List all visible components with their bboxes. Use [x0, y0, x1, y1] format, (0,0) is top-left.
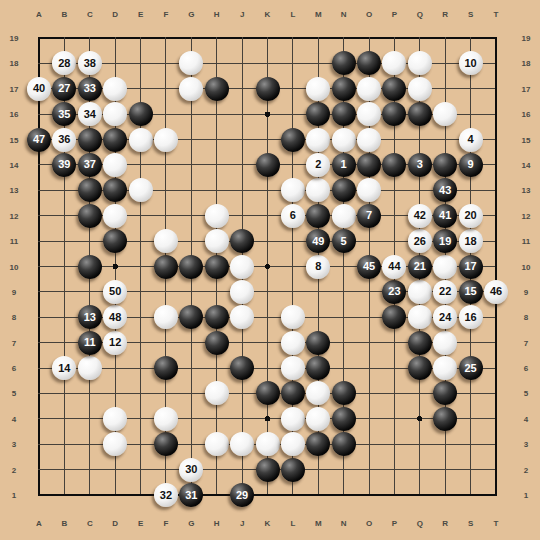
white-stone — [103, 204, 127, 228]
move-number: 10 — [464, 58, 476, 69]
white-stone: 20 — [459, 204, 483, 228]
white-stone: 10 — [459, 51, 483, 75]
white-stone: 46 — [484, 280, 508, 304]
col-label-top: A — [36, 10, 42, 19]
white-stone — [408, 305, 432, 329]
black-stone — [332, 407, 356, 431]
row-label-left: 17 — [10, 84, 19, 93]
move-number: 42 — [414, 210, 426, 221]
black-stone — [433, 407, 457, 431]
col-label-top: H — [214, 10, 220, 19]
white-stone — [78, 356, 102, 380]
white-stone — [205, 229, 229, 253]
black-stone: 41 — [433, 204, 457, 228]
row-label-left: 11 — [10, 237, 18, 246]
col-label-top: O — [366, 10, 372, 19]
black-stone — [408, 356, 432, 380]
row-label-left: 14 — [10, 160, 19, 169]
black-stone — [281, 128, 305, 152]
white-stone — [129, 178, 153, 202]
white-stone: 12 — [103, 331, 127, 355]
row-label-left: 7 — [12, 338, 16, 347]
move-number: 1 — [341, 159, 347, 170]
white-stone — [306, 128, 330, 152]
white-stone — [281, 331, 305, 355]
row-label-right: 7 — [524, 338, 528, 347]
col-label-top: R — [442, 10, 448, 19]
col-label-bottom: K — [265, 519, 271, 528]
row-label-left: 19 — [10, 34, 19, 43]
black-stone — [306, 204, 330, 228]
black-stone — [230, 356, 254, 380]
row-label-left: 5 — [12, 389, 16, 398]
goban[interactable]: AABBCCDDEEFFGGHHJJKKLLMMNNOOPPQQRRSSTT19… — [0, 0, 540, 540]
white-stone — [433, 255, 457, 279]
row-label-right: 3 — [524, 440, 528, 449]
white-stone — [281, 356, 305, 380]
black-stone — [357, 153, 381, 177]
black-stone — [78, 128, 102, 152]
black-stone — [408, 102, 432, 126]
row-label-left: 4 — [12, 414, 16, 423]
move-number: 50 — [109, 286, 121, 297]
black-stone: 47 — [27, 128, 51, 152]
black-stone — [103, 128, 127, 152]
black-stone — [78, 178, 102, 202]
star-point — [265, 264, 270, 269]
black-stone — [154, 255, 178, 279]
row-label-left: 2 — [12, 465, 16, 474]
white-stone: 22 — [433, 280, 457, 304]
white-stone — [281, 305, 305, 329]
move-number: 20 — [464, 210, 476, 221]
move-number: 28 — [58, 58, 70, 69]
black-stone: 3 — [408, 153, 432, 177]
black-stone: 37 — [78, 153, 102, 177]
white-stone — [357, 77, 381, 101]
move-number: 23 — [388, 286, 400, 297]
white-stone — [205, 204, 229, 228]
black-stone — [205, 331, 229, 355]
white-stone: 8 — [306, 255, 330, 279]
white-stone: 30 — [179, 458, 203, 482]
col-label-bottom: O — [366, 519, 372, 528]
white-stone — [205, 432, 229, 456]
move-number: 45 — [363, 261, 375, 272]
move-number: 34 — [84, 109, 96, 120]
move-number: 12 — [109, 337, 121, 348]
row-label-left: 12 — [10, 211, 19, 220]
white-stone — [256, 432, 280, 456]
col-label-top: F — [163, 10, 168, 19]
move-number: 7 — [366, 210, 372, 221]
black-stone — [332, 77, 356, 101]
move-number: 11 — [84, 337, 96, 348]
col-label-top: P — [392, 10, 397, 19]
row-label-right: 4 — [524, 414, 528, 423]
col-label-bottom: G — [188, 519, 194, 528]
row-label-right: 5 — [524, 389, 528, 398]
black-stone — [154, 432, 178, 456]
white-stone: 18 — [459, 229, 483, 253]
white-stone: 38 — [78, 51, 102, 75]
move-number: 48 — [109, 312, 121, 323]
move-number: 26 — [414, 236, 426, 247]
black-stone — [205, 77, 229, 101]
white-stone — [433, 331, 457, 355]
col-label-top: E — [138, 10, 143, 19]
move-number: 29 — [236, 490, 248, 501]
black-stone: 1 — [332, 153, 356, 177]
white-stone — [205, 381, 229, 405]
move-number: 25 — [464, 363, 476, 374]
move-number: 19 — [439, 236, 451, 247]
white-stone: 50 — [103, 280, 127, 304]
move-number: 43 — [439, 185, 451, 196]
black-stone: 21 — [408, 255, 432, 279]
white-stone: 40 — [27, 77, 51, 101]
white-stone — [154, 128, 178, 152]
white-stone — [306, 77, 330, 101]
black-stone — [256, 458, 280, 482]
col-label-bottom: Q — [417, 519, 423, 528]
move-number: 44 — [388, 261, 400, 272]
white-stone: 6 — [281, 204, 305, 228]
col-label-top: K — [265, 10, 271, 19]
row-label-left: 6 — [12, 364, 16, 373]
star-point — [265, 112, 270, 117]
move-number: 4 — [468, 134, 474, 145]
white-stone — [408, 280, 432, 304]
move-number: 46 — [490, 286, 502, 297]
white-stone — [154, 407, 178, 431]
row-label-right: 16 — [522, 110, 531, 119]
white-stone: 16 — [459, 305, 483, 329]
move-number: 14 — [58, 363, 70, 374]
white-stone — [281, 432, 305, 456]
move-number: 35 — [58, 109, 70, 120]
row-label-right: 8 — [524, 313, 528, 322]
move-number: 13 — [84, 312, 96, 323]
col-label-bottom: L — [290, 519, 295, 528]
black-stone — [179, 255, 203, 279]
move-number: 3 — [417, 159, 423, 170]
row-label-left: 18 — [10, 59, 19, 68]
row-label-right: 17 — [522, 84, 531, 93]
move-number: 15 — [464, 286, 476, 297]
white-stone — [179, 77, 203, 101]
move-number: 24 — [439, 312, 451, 323]
col-label-top: C — [87, 10, 93, 19]
row-label-right: 11 — [522, 237, 530, 246]
black-stone — [281, 458, 305, 482]
col-label-bottom: H — [214, 519, 220, 528]
move-number: 32 — [160, 490, 172, 501]
black-stone — [332, 51, 356, 75]
col-label-bottom: R — [442, 519, 448, 528]
black-stone — [306, 331, 330, 355]
move-number: 39 — [58, 159, 70, 170]
white-stone — [103, 153, 127, 177]
row-label-left: 13 — [10, 186, 19, 195]
move-number: 16 — [464, 312, 476, 323]
white-stone: 32 — [154, 483, 178, 507]
white-stone — [281, 407, 305, 431]
black-stone — [256, 77, 280, 101]
col-label-top: S — [468, 10, 473, 19]
move-number: 27 — [58, 83, 70, 94]
move-number: 21 — [414, 261, 426, 272]
move-number: 9 — [468, 159, 474, 170]
move-number: 5 — [341, 236, 347, 247]
black-stone: 17 — [459, 255, 483, 279]
black-stone: 9 — [459, 153, 483, 177]
row-label-right: 6 — [524, 364, 528, 373]
white-stone — [357, 128, 381, 152]
row-label-right: 2 — [524, 465, 528, 474]
white-stone — [408, 77, 432, 101]
col-label-bottom: T — [494, 519, 499, 528]
col-label-bottom: J — [240, 519, 244, 528]
col-label-top: D — [112, 10, 118, 19]
row-label-right: 14 — [522, 160, 531, 169]
white-stone — [103, 407, 127, 431]
black-stone: 13 — [78, 305, 102, 329]
col-label-bottom: F — [163, 519, 168, 528]
row-label-left: 9 — [12, 287, 16, 296]
white-stone — [129, 128, 153, 152]
white-stone — [332, 204, 356, 228]
black-stone — [332, 432, 356, 456]
col-label-bottom: N — [341, 519, 347, 528]
move-number: 40 — [33, 83, 45, 94]
move-number: 2 — [315, 159, 321, 170]
black-stone — [154, 356, 178, 380]
row-label-left: 10 — [10, 262, 19, 271]
move-number: 49 — [312, 236, 324, 247]
white-stone — [306, 407, 330, 431]
black-stone — [408, 331, 432, 355]
row-label-right: 9 — [524, 287, 528, 296]
col-label-bottom: B — [61, 519, 67, 528]
move-number: 17 — [464, 261, 476, 272]
row-label-right: 18 — [522, 59, 531, 68]
black-stone: 25 — [459, 356, 483, 380]
black-stone — [78, 255, 102, 279]
row-label-left: 8 — [12, 313, 16, 322]
move-number: 31 — [185, 490, 197, 501]
black-stone — [332, 178, 356, 202]
move-number: 38 — [84, 58, 96, 69]
white-stone: 4 — [459, 128, 483, 152]
black-stone: 45 — [357, 255, 381, 279]
black-stone: 29 — [230, 483, 254, 507]
move-number: 8 — [315, 261, 321, 272]
white-stone — [103, 77, 127, 101]
row-label-right: 12 — [522, 211, 531, 220]
col-label-bottom: M — [315, 519, 322, 528]
move-number: 6 — [290, 210, 296, 221]
black-stone — [78, 204, 102, 228]
move-number: 22 — [439, 286, 451, 297]
black-stone — [256, 381, 280, 405]
black-stone — [129, 102, 153, 126]
black-stone: 11 — [78, 331, 102, 355]
row-label-right: 13 — [522, 186, 531, 195]
col-label-top: B — [61, 10, 67, 19]
white-stone — [230, 280, 254, 304]
white-stone — [154, 229, 178, 253]
star-point — [265, 416, 270, 421]
white-stone: 26 — [408, 229, 432, 253]
row-label-right: 19 — [522, 34, 531, 43]
move-number: 36 — [58, 134, 70, 145]
move-number: 37 — [84, 159, 96, 170]
black-stone — [332, 102, 356, 126]
col-label-bottom: E — [138, 519, 143, 528]
black-stone — [433, 153, 457, 177]
col-label-top: L — [290, 10, 295, 19]
col-label-top: Q — [417, 10, 423, 19]
white-stone: 44 — [382, 255, 406, 279]
black-stone — [205, 255, 229, 279]
col-label-bottom: D — [112, 519, 118, 528]
black-stone: 27 — [52, 77, 76, 101]
move-number: 33 — [84, 83, 96, 94]
black-stone: 15 — [459, 280, 483, 304]
col-label-bottom: S — [468, 519, 473, 528]
col-label-top: G — [188, 10, 194, 19]
row-label-right: 1 — [524, 491, 528, 500]
col-label-top: N — [341, 10, 347, 19]
move-number: 41 — [439, 210, 451, 221]
row-label-right: 10 — [522, 262, 531, 271]
row-label-right: 15 — [522, 135, 531, 144]
col-label-top: M — [315, 10, 322, 19]
col-label-bottom: P — [392, 519, 397, 528]
black-stone — [332, 381, 356, 405]
col-label-top: T — [494, 10, 499, 19]
row-label-left: 1 — [12, 491, 16, 500]
white-stone — [230, 255, 254, 279]
white-stone: 36 — [52, 128, 76, 152]
star-point — [113, 264, 118, 269]
col-label-bottom: C — [87, 519, 93, 528]
black-stone: 5 — [332, 229, 356, 253]
row-label-left: 15 — [10, 135, 19, 144]
col-label-bottom: A — [36, 519, 42, 528]
move-number: 47 — [33, 134, 45, 145]
black-stone: 7 — [357, 204, 381, 228]
row-label-left: 16 — [10, 110, 19, 119]
black-stone: 33 — [78, 77, 102, 101]
black-stone — [205, 305, 229, 329]
white-stone — [332, 128, 356, 152]
white-stone: 42 — [408, 204, 432, 228]
row-label-left: 3 — [12, 440, 16, 449]
col-label-top: J — [240, 10, 244, 19]
move-number: 30 — [185, 464, 197, 475]
black-stone — [256, 153, 280, 177]
star-point — [417, 416, 422, 421]
move-number: 18 — [464, 236, 476, 247]
white-stone: 34 — [78, 102, 102, 126]
